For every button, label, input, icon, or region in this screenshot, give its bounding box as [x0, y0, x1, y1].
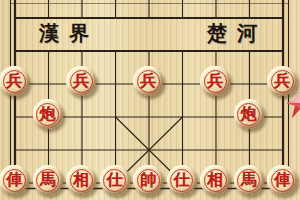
- river-label-chu-he: 楚河: [207, 22, 267, 44]
- red-elephant-right[interactable]: 相: [200, 165, 230, 195]
- piece-character: 馬: [40, 172, 56, 188]
- piece-character: 帥: [140, 172, 156, 188]
- red-elephant-left[interactable]: 相: [66, 165, 96, 195]
- xiangqi-app: 漢界 楚河 兵兵兵兵兵炮炮俥馬相仕帥仕相馬俥: [0, 0, 300, 200]
- piece-character: 相: [73, 172, 89, 188]
- red-chariot-right[interactable]: 俥: [267, 165, 297, 195]
- red-horse-right[interactable]: 馬: [234, 165, 264, 195]
- red-chariot-left[interactable]: 俥: [0, 165, 29, 195]
- red-soldier-2[interactable]: 兵: [66, 66, 96, 96]
- red-soldier-4[interactable]: 兵: [200, 66, 230, 96]
- piece-character: 馬: [241, 172, 257, 188]
- red-cannon-right[interactable]: 炮: [234, 99, 264, 129]
- river-label-han-jie: 漢界: [39, 22, 99, 44]
- red-soldier-3[interactable]: 兵: [133, 66, 163, 96]
- piece-character: 仕: [107, 172, 123, 188]
- red-soldier-1[interactable]: 兵: [0, 66, 29, 96]
- red-general[interactable]: 帥: [133, 165, 163, 195]
- piece-character: 兵: [73, 73, 89, 89]
- piece-character: 俥: [274, 172, 290, 188]
- piece-character: 炮: [40, 106, 56, 122]
- piece-character: 相: [207, 172, 223, 188]
- red-soldier-5[interactable]: 兵: [267, 66, 297, 96]
- red-horse-left[interactable]: 馬: [33, 165, 63, 195]
- red-advisor-left[interactable]: 仕: [100, 165, 130, 195]
- piece-character: 俥: [6, 172, 22, 188]
- piece-character: 兵: [207, 73, 223, 89]
- board[interactable]: 漢界 楚河 兵兵兵兵兵炮炮俥馬相仕帥仕相馬俥: [0, 0, 300, 200]
- piece-character: 兵: [274, 73, 290, 89]
- piece-character: 炮: [241, 106, 257, 122]
- red-cannon-left[interactable]: 炮: [33, 99, 63, 129]
- piece-character: 仕: [174, 172, 190, 188]
- piece-character: 兵: [140, 73, 156, 89]
- piece-character: 兵: [6, 73, 22, 89]
- red-advisor-right[interactable]: 仕: [167, 165, 197, 195]
